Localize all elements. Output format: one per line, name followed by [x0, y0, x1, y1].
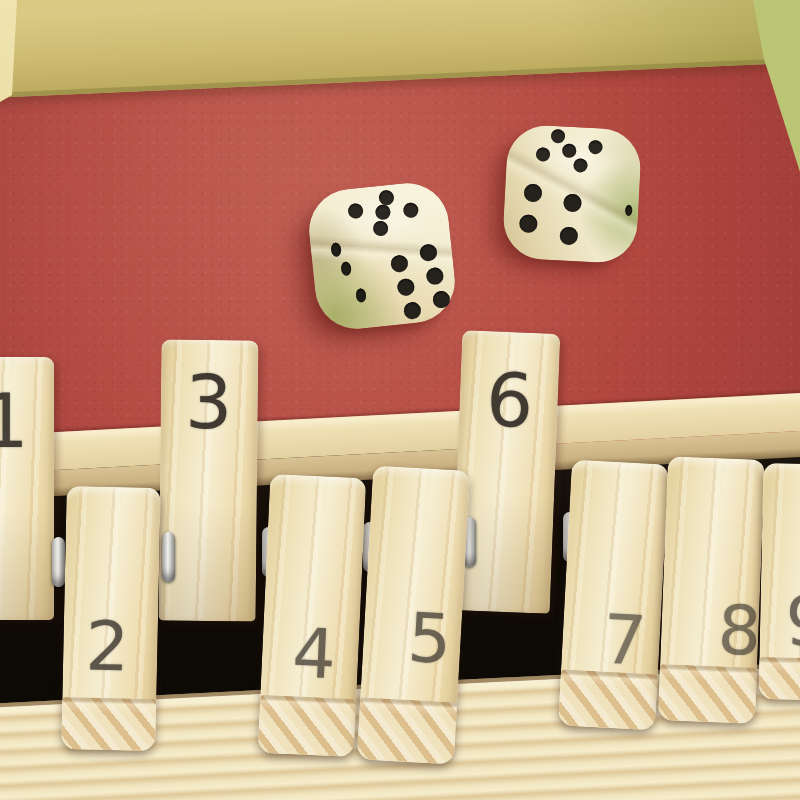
die-2-top-pip — [551, 129, 566, 144]
die-2-top-pip — [573, 158, 588, 173]
die-1-front-pip — [396, 277, 415, 296]
die-2[interactable] — [502, 124, 643, 265]
die-2-side-pip — [624, 204, 632, 215]
tile-5-end-grain — [357, 697, 457, 764]
tile-5[interactable]: 5 — [357, 466, 470, 765]
die-1-front-pip — [431, 290, 450, 309]
die-2-front-pip — [563, 194, 582, 213]
tile-4-end-grain — [258, 695, 357, 757]
tile-4-label: 4 — [291, 619, 337, 689]
tile-4[interactable]: 4 — [258, 474, 367, 757]
die-1-front-pip — [390, 254, 409, 273]
tile-8-end-grain — [658, 664, 757, 724]
die-2-top-pip — [562, 143, 577, 158]
tile-6-label: 6 — [485, 362, 535, 438]
die-1-top-pip — [378, 189, 394, 205]
die-1-side-pip — [330, 242, 341, 257]
tile-8-label: 8 — [717, 596, 763, 666]
die-1-top-pip — [372, 220, 388, 236]
die-2-top-pip — [536, 147, 551, 162]
die-1-top-pip — [402, 202, 418, 218]
tile-3-label: 3 — [185, 365, 233, 439]
tile-6[interactable]: 6 — [452, 330, 561, 614]
tile-8[interactable]: 8 — [658, 456, 765, 724]
die-1-side-pip — [340, 261, 351, 276]
die-2-front-pip — [559, 226, 578, 245]
die-2-front-pip — [524, 183, 543, 202]
tile-1-label: 1 — [0, 384, 29, 458]
die-1-side-pip — [355, 288, 366, 303]
die-1-front-pip — [425, 266, 444, 285]
die-1[interactable] — [305, 179, 459, 333]
tile-9-label: 9 — [785, 588, 800, 657]
hinge-wire-2 — [162, 532, 175, 582]
tile-9[interactable]: 9 — [759, 463, 800, 701]
tile-2-end-grain — [61, 697, 156, 751]
tile-2-label: 2 — [85, 612, 130, 681]
tile-7-end-grain — [558, 669, 658, 730]
die-2-top-pip — [588, 140, 603, 155]
shut-the-box-board: 136 245789 — [0, 0, 800, 800]
die-2-front-pip — [519, 214, 538, 233]
tile-7[interactable]: 7 — [558, 460, 669, 731]
tile-1[interactable]: 1 — [0, 357, 54, 620]
hinge-wire-1 — [52, 537, 65, 587]
die-1-front-pip — [402, 301, 421, 320]
tile-7-label: 7 — [601, 606, 648, 676]
die-1-top-pip — [374, 203, 390, 219]
tile-9-end-grain — [759, 657, 800, 701]
die-1-front-pip — [419, 243, 438, 262]
tile-2[interactable]: 2 — [61, 486, 160, 751]
die-1-top-pip — [347, 202, 363, 218]
tile-5-label: 5 — [406, 604, 453, 674]
